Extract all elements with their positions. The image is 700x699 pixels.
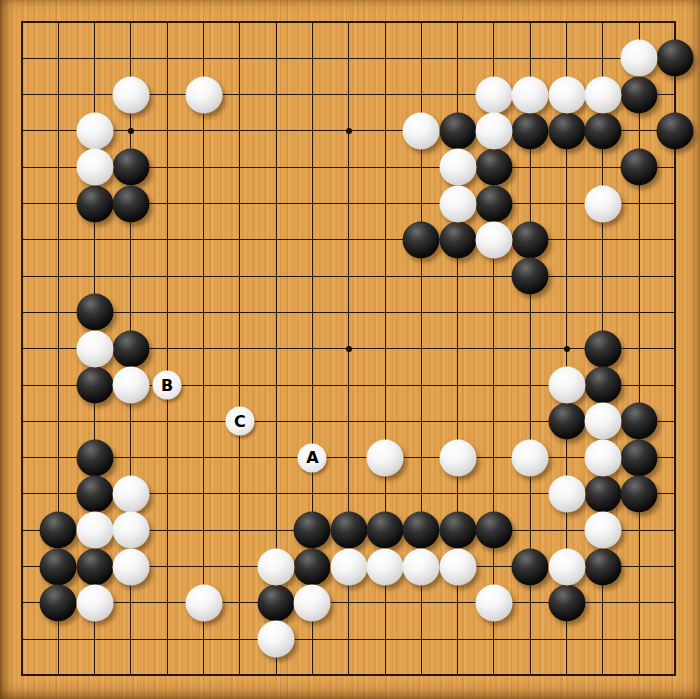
black-stone [330,512,367,549]
black-stone [475,185,512,222]
black-stone [294,548,331,585]
black-stone [475,149,512,186]
white-stone [548,367,585,404]
white-stone [475,584,512,621]
star-point [346,346,352,352]
white-stone [258,621,295,658]
white-stone [548,548,585,585]
white-stone [439,149,476,186]
black-stone [512,221,549,258]
white-stone [112,367,149,404]
white-stone [475,112,512,149]
white-stone [76,584,113,621]
white-stone [439,185,476,222]
white-stone [112,512,149,549]
white-stone [512,439,549,476]
grid-line-horizontal [21,674,676,676]
black-stone [76,294,113,331]
white-stone [330,548,367,585]
white-stone [76,512,113,549]
white-stone [621,40,658,77]
white-stone [403,112,440,149]
black-stone [621,149,658,186]
white-stone [112,76,149,113]
white-stone [584,439,621,476]
grid-line-horizontal [21,457,676,458]
star-point [564,346,570,352]
black-stone [621,403,658,440]
black-stone [621,439,658,476]
black-stone [76,439,113,476]
black-stone [112,330,149,367]
black-stone [76,367,113,404]
white-stone [548,76,585,113]
white-stone [439,439,476,476]
black-stone [40,512,77,549]
black-stone [112,185,149,222]
go-board[interactable]: ABC [0,0,700,699]
black-stone [40,584,77,621]
black-stone [439,112,476,149]
move-label-a[interactable]: A [298,443,327,472]
black-stone [584,330,621,367]
black-stone [548,584,585,621]
white-stone [258,548,295,585]
white-stone [294,584,331,621]
black-stone [548,112,585,149]
black-stone [439,221,476,258]
black-stone [475,512,512,549]
white-stone [367,439,404,476]
black-stone [584,475,621,512]
white-stone [185,76,222,113]
black-stone [512,548,549,585]
white-stone [584,512,621,549]
white-stone [112,475,149,512]
white-stone [76,149,113,186]
star-point [346,128,352,134]
white-stone [475,221,512,258]
black-stone [621,475,658,512]
grid-line-horizontal [21,639,676,640]
white-stone [584,185,621,222]
black-stone [439,512,476,549]
black-stone [657,112,694,149]
black-stone [76,548,113,585]
black-stone [512,112,549,149]
white-stone [512,76,549,113]
white-stone [584,76,621,113]
white-stone [367,548,404,585]
black-stone [584,112,621,149]
white-stone [76,112,113,149]
star-point [128,128,134,134]
black-stone [621,76,658,113]
black-stone [403,512,440,549]
black-stone [76,475,113,512]
grid-line-vertical [639,21,640,676]
black-stone [403,221,440,258]
white-stone [584,403,621,440]
black-stone [657,40,694,77]
move-label-c[interactable]: C [225,407,254,436]
black-stone [367,512,404,549]
black-stone [40,548,77,585]
white-stone [403,548,440,585]
move-label-b[interactable]: B [153,371,182,400]
white-stone [439,548,476,585]
black-stone [294,512,331,549]
black-stone [512,258,549,295]
black-stone [584,367,621,404]
white-stone [185,584,222,621]
white-stone [475,76,512,113]
black-stone [258,584,295,621]
black-stone [548,403,585,440]
black-stone [76,185,113,222]
black-stone [112,149,149,186]
black-stone [584,548,621,585]
white-stone [76,330,113,367]
white-stone [112,548,149,585]
white-stone [548,475,585,512]
